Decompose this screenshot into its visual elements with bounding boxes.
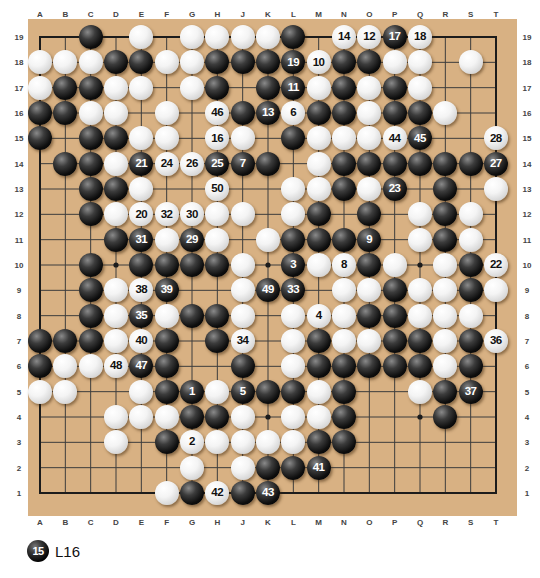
stone-white-E4 <box>129 405 153 429</box>
point-O12 <box>357 202 382 227</box>
point-M17 <box>306 75 331 100</box>
stone-white-J19 <box>231 25 255 49</box>
stone-black-L5 <box>281 380 305 404</box>
point-Q13 <box>407 176 432 201</box>
move-number-H13: 50 <box>211 183 223 195</box>
point-J17 <box>230 75 255 100</box>
point-E5 <box>129 379 154 404</box>
point-H16: 46 <box>205 100 230 125</box>
row-label-left-15: 15 <box>15 134 24 143</box>
caption-stone-black-15: 15 <box>27 540 49 562</box>
point-L1 <box>281 480 306 505</box>
point-C6 <box>78 354 103 379</box>
point-F3 <box>154 430 179 455</box>
stone-black-N13 <box>332 177 356 201</box>
stone-black-H14: 25 <box>205 152 229 176</box>
col-label-bottom-C: C <box>88 518 94 527</box>
point-O5 <box>357 379 382 404</box>
point-S14 <box>458 151 483 176</box>
point-F7 <box>154 328 179 353</box>
row-label-right-14: 14 <box>523 159 532 168</box>
stone-white-O7 <box>357 329 381 353</box>
stone-black-P8 <box>383 304 407 328</box>
row-label-right-19: 19 <box>523 33 532 42</box>
point-H3 <box>205 430 230 455</box>
point-R8 <box>433 303 458 328</box>
stone-black-N5 <box>332 380 356 404</box>
point-K19 <box>255 24 280 49</box>
stone-black-H7 <box>205 329 229 353</box>
move-number-T7: 36 <box>490 335 502 347</box>
move-number-T15: 28 <box>490 133 502 145</box>
stone-white-B5 <box>53 380 77 404</box>
point-F11 <box>154 227 179 252</box>
point-K14 <box>255 151 280 176</box>
stone-white-J10 <box>231 253 255 277</box>
point-O2 <box>357 455 382 480</box>
point-P2 <box>382 455 407 480</box>
point-L9: 33 <box>281 278 306 303</box>
point-K9: 49 <box>255 278 280 303</box>
stone-white-R9 <box>433 278 457 302</box>
point-F17 <box>154 75 179 100</box>
point-G11: 29 <box>179 227 204 252</box>
point-O16 <box>357 100 382 125</box>
point-L4 <box>281 404 306 429</box>
stone-black-D15 <box>104 126 128 150</box>
point-D7 <box>103 328 128 353</box>
stone-white-D8 <box>104 304 128 328</box>
point-B12 <box>53 202 78 227</box>
point-H2 <box>205 455 230 480</box>
point-O17 <box>357 75 382 100</box>
point-E12: 20 <box>129 202 154 227</box>
point-S19 <box>458 24 483 49</box>
point-A4 <box>27 404 52 429</box>
point-E4 <box>129 404 154 429</box>
stone-white-J2 <box>231 456 255 480</box>
point-Q14 <box>407 151 432 176</box>
point-N9 <box>331 278 356 303</box>
point-L17: 11 <box>281 75 306 100</box>
stone-white-S18 <box>459 50 483 74</box>
point-P8 <box>382 303 407 328</box>
stone-white-R8 <box>433 304 457 328</box>
stone-black-E18 <box>129 50 153 74</box>
point-O6 <box>357 354 382 379</box>
point-C2 <box>78 455 103 480</box>
point-Q10 <box>407 252 432 277</box>
point-J15 <box>230 126 255 151</box>
point-G5: 1 <box>179 379 204 404</box>
stone-black-A7 <box>28 329 52 353</box>
point-Q19: 18 <box>407 24 432 49</box>
caption-coordinate: L16 <box>55 543 80 560</box>
point-C9 <box>78 278 103 303</box>
stone-white-Q17 <box>408 76 432 100</box>
point-M6 <box>306 354 331 379</box>
point-O7 <box>357 328 382 353</box>
move-number-N10: 8 <box>341 259 347 271</box>
point-O10 <box>357 252 382 277</box>
point-A7 <box>27 328 52 353</box>
point-E18 <box>129 50 154 75</box>
stone-white-K3 <box>256 430 280 454</box>
stone-black-S10 <box>459 253 483 277</box>
col-label-top-O: O <box>366 10 372 19</box>
stone-white-J3 <box>231 430 255 454</box>
stone-black-E10 <box>129 253 153 277</box>
move-number-F9: 39 <box>161 284 173 296</box>
stone-black-C8 <box>79 304 103 328</box>
stone-white-L6 <box>281 354 305 378</box>
point-F8 <box>154 303 179 328</box>
point-T9 <box>483 278 508 303</box>
move-number-T10: 22 <box>490 259 502 271</box>
stone-black-F5 <box>155 380 179 404</box>
point-L10: 3 <box>281 252 306 277</box>
point-C1 <box>78 480 103 505</box>
point-B5 <box>53 379 78 404</box>
point-H7 <box>205 328 230 353</box>
stone-black-O10 <box>357 253 381 277</box>
point-P12 <box>382 202 407 227</box>
point-M4 <box>306 404 331 429</box>
stone-black-L10: 3 <box>281 253 305 277</box>
point-K13 <box>255 176 280 201</box>
point-B15 <box>53 126 78 151</box>
point-H19 <box>205 24 230 49</box>
point-C16 <box>78 100 103 125</box>
point-M15 <box>306 126 331 151</box>
row-label-left-14: 14 <box>15 159 24 168</box>
point-L12 <box>281 202 306 227</box>
point-C15 <box>78 126 103 151</box>
stone-white-E5 <box>129 380 153 404</box>
stone-white-R7 <box>433 329 457 353</box>
point-Q16 <box>407 100 432 125</box>
point-G9 <box>179 278 204 303</box>
point-H13: 50 <box>205 176 230 201</box>
move-number-K9: 49 <box>262 284 274 296</box>
point-D17 <box>103 75 128 100</box>
point-J16 <box>230 100 255 125</box>
point-R6 <box>433 354 458 379</box>
stone-white-L13 <box>281 177 305 201</box>
point-K6 <box>255 354 280 379</box>
point-L11 <box>281 227 306 252</box>
stone-white-R16 <box>433 101 457 125</box>
stone-white-N10: 8 <box>332 253 356 277</box>
point-N18 <box>331 50 356 75</box>
point-B13 <box>53 176 78 201</box>
stone-black-G11: 29 <box>180 228 204 252</box>
point-M11 <box>306 227 331 252</box>
board-points: 1412171819101146136164445282124262572750… <box>27 24 508 505</box>
point-N13 <box>331 176 356 201</box>
point-T18 <box>483 50 508 75</box>
stone-black-O11: 9 <box>357 228 381 252</box>
stone-white-T7: 36 <box>484 329 508 353</box>
row-label-left-13: 13 <box>15 185 24 194</box>
stone-white-H5 <box>205 380 229 404</box>
point-P13: 23 <box>382 176 407 201</box>
stone-black-J18 <box>231 50 255 74</box>
point-R12 <box>433 202 458 227</box>
move-number-K16: 13 <box>262 107 274 119</box>
stone-white-O19: 12 <box>357 25 381 49</box>
row-label-right-18: 18 <box>523 58 532 67</box>
move-number-H15: 16 <box>211 133 223 145</box>
stone-white-E12: 20 <box>129 202 153 226</box>
point-L5 <box>281 379 306 404</box>
point-D19 <box>103 24 128 49</box>
stone-white-D4 <box>104 405 128 429</box>
point-B2 <box>53 455 78 480</box>
move-number-P15: 44 <box>389 133 401 145</box>
stone-black-C14 <box>79 152 103 176</box>
stone-white-M15 <box>307 126 331 150</box>
stone-black-G4 <box>180 405 204 429</box>
stone-black-J5: 5 <box>231 380 255 404</box>
point-P6 <box>382 354 407 379</box>
row-label-right-9: 9 <box>525 286 529 295</box>
col-label-bottom-T: T <box>494 518 499 527</box>
point-M10 <box>306 252 331 277</box>
stone-white-O9 <box>357 278 381 302</box>
stone-black-K1: 43 <box>256 481 280 505</box>
point-M7 <box>306 328 331 353</box>
point-R16 <box>433 100 458 125</box>
point-E11: 31 <box>129 227 154 252</box>
move-number-M18: 10 <box>313 57 325 69</box>
point-B17 <box>53 75 78 100</box>
point-M1 <box>306 480 331 505</box>
point-S2 <box>458 455 483 480</box>
point-R5 <box>433 379 458 404</box>
col-label-bottom-S: S <box>468 518 473 527</box>
stone-black-N18 <box>332 50 356 74</box>
point-M12 <box>306 202 331 227</box>
stone-black-S6 <box>459 354 483 378</box>
point-C4 <box>78 404 103 429</box>
point-C13 <box>78 176 103 201</box>
move-number-T14: 27 <box>490 158 502 170</box>
stone-white-P15: 44 <box>383 126 407 150</box>
stone-black-M16 <box>307 101 331 125</box>
point-S10 <box>458 252 483 277</box>
point-P4 <box>382 404 407 429</box>
point-Q8 <box>407 303 432 328</box>
move-number-O19: 12 <box>363 31 375 43</box>
point-B14 <box>53 151 78 176</box>
point-L14 <box>281 151 306 176</box>
stone-black-P14 <box>383 152 407 176</box>
point-J3 <box>230 430 255 455</box>
col-label-top-N: N <box>341 10 347 19</box>
row-label-right-17: 17 <box>523 83 532 92</box>
stone-white-M17 <box>307 76 331 100</box>
point-R17 <box>433 75 458 100</box>
point-N4 <box>331 404 356 429</box>
point-L2 <box>281 455 306 480</box>
point-K8 <box>255 303 280 328</box>
stone-black-N17 <box>332 76 356 100</box>
row-label-left-1: 1 <box>17 489 21 498</box>
col-label-top-H: H <box>214 10 220 19</box>
point-N19: 14 <box>331 24 356 49</box>
point-L18: 19 <box>281 50 306 75</box>
point-N10: 8 <box>331 252 356 277</box>
stone-black-O6 <box>357 354 381 378</box>
col-label-bottom-H: H <box>214 518 220 527</box>
stone-white-D16 <box>104 101 128 125</box>
stone-black-G1 <box>180 481 204 505</box>
point-K10 <box>255 252 280 277</box>
point-T1 <box>483 480 508 505</box>
point-C5 <box>78 379 103 404</box>
stone-black-F3 <box>155 430 179 454</box>
point-K3 <box>255 430 280 455</box>
point-A18 <box>27 50 52 75</box>
stone-black-P6 <box>383 354 407 378</box>
stone-white-G17 <box>180 76 204 100</box>
stone-white-D3 <box>104 430 128 454</box>
point-H15: 16 <box>205 126 230 151</box>
stone-black-E11: 31 <box>129 228 153 252</box>
point-B7 <box>53 328 78 353</box>
stone-white-L12 <box>281 202 305 226</box>
stone-black-F7 <box>155 329 179 353</box>
stone-black-R12 <box>433 202 457 226</box>
stone-black-L18: 19 <box>281 50 305 74</box>
stone-white-L16: 6 <box>281 101 305 125</box>
stone-white-M5 <box>307 380 331 404</box>
point-M16 <box>306 100 331 125</box>
point-M2: 41 <box>306 455 331 480</box>
stone-black-R11 <box>433 228 457 252</box>
stone-white-D6: 48 <box>104 354 128 378</box>
stone-white-B6 <box>53 354 77 378</box>
stone-white-O15 <box>357 126 381 150</box>
point-D6: 48 <box>103 354 128 379</box>
move-number-P13: 23 <box>389 183 401 195</box>
point-R9 <box>433 278 458 303</box>
point-T7: 36 <box>483 328 508 353</box>
row-label-left-5: 5 <box>17 387 21 396</box>
move-number-G11: 29 <box>186 234 198 246</box>
stone-white-M8: 4 <box>307 304 331 328</box>
point-J11 <box>230 227 255 252</box>
stone-black-P13: 23 <box>383 177 407 201</box>
col-label-top-S: S <box>468 10 473 19</box>
stone-white-H15: 16 <box>205 126 229 150</box>
point-P15: 44 <box>382 126 407 151</box>
point-O8 <box>357 303 382 328</box>
point-H1: 42 <box>205 480 230 505</box>
stone-white-O13 <box>357 177 381 201</box>
go-kifu-diagram: 1412171819101146136164445282124262572750… <box>0 0 540 578</box>
point-B6 <box>53 354 78 379</box>
col-label-bottom-K: K <box>265 518 271 527</box>
row-label-left-6: 6 <box>17 362 21 371</box>
stone-white-L7 <box>281 329 305 353</box>
stone-white-E13 <box>129 177 153 201</box>
stone-white-J9 <box>231 278 255 302</box>
point-E16 <box>129 100 154 125</box>
row-label-right-16: 16 <box>523 109 532 118</box>
stone-black-D18 <box>104 50 128 74</box>
point-Q15: 45 <box>407 126 432 151</box>
stone-white-F15 <box>155 126 179 150</box>
stone-black-N6 <box>332 354 356 378</box>
col-label-bottom-D: D <box>113 518 119 527</box>
row-label-right-3: 3 <box>525 438 529 447</box>
point-S17 <box>458 75 483 100</box>
point-L19 <box>281 24 306 49</box>
point-Q2 <box>407 455 432 480</box>
stone-black-N11 <box>332 228 356 252</box>
move-number-F14: 24 <box>161 158 173 170</box>
stone-black-D11 <box>104 228 128 252</box>
point-H14: 25 <box>205 151 230 176</box>
point-C14 <box>78 151 103 176</box>
col-label-bottom-R: R <box>442 518 448 527</box>
point-O4 <box>357 404 382 429</box>
row-label-right-12: 12 <box>523 210 532 219</box>
point-G19 <box>179 24 204 49</box>
stone-black-L9: 33 <box>281 278 305 302</box>
row-label-right-10: 10 <box>523 261 532 270</box>
col-label-top-F: F <box>164 10 169 19</box>
stone-white-D14 <box>104 152 128 176</box>
stone-black-G5: 1 <box>180 380 204 404</box>
point-B11 <box>53 227 78 252</box>
move-number-L10: 3 <box>290 259 296 271</box>
point-S4 <box>458 404 483 429</box>
row-label-left-7: 7 <box>17 337 21 346</box>
point-C17 <box>78 75 103 100</box>
point-H4 <box>205 404 230 429</box>
stone-white-E7: 40 <box>129 329 153 353</box>
stone-black-H18 <box>205 50 229 74</box>
stone-black-L19 <box>281 25 305 49</box>
stone-black-L2 <box>281 456 305 480</box>
point-R14 <box>433 151 458 176</box>
stone-white-J4 <box>231 405 255 429</box>
point-A2 <box>27 455 52 480</box>
point-E3 <box>129 430 154 455</box>
point-Q18 <box>407 50 432 75</box>
point-P16 <box>382 100 407 125</box>
stone-white-S12 <box>459 202 483 226</box>
point-H18 <box>205 50 230 75</box>
point-T8 <box>483 303 508 328</box>
stone-white-N9 <box>332 278 356 302</box>
point-E10 <box>129 252 154 277</box>
stone-white-Q9 <box>408 278 432 302</box>
point-E13 <box>129 176 154 201</box>
point-A6 <box>27 354 52 379</box>
point-T15: 28 <box>483 126 508 151</box>
point-N1 <box>331 480 356 505</box>
stone-white-Q5 <box>408 380 432 404</box>
stone-white-G3: 2 <box>180 430 204 454</box>
stone-white-M18: 10 <box>307 50 331 74</box>
point-L7 <box>281 328 306 353</box>
move-number-P19: 17 <box>389 31 401 43</box>
stone-white-F14: 24 <box>155 152 179 176</box>
